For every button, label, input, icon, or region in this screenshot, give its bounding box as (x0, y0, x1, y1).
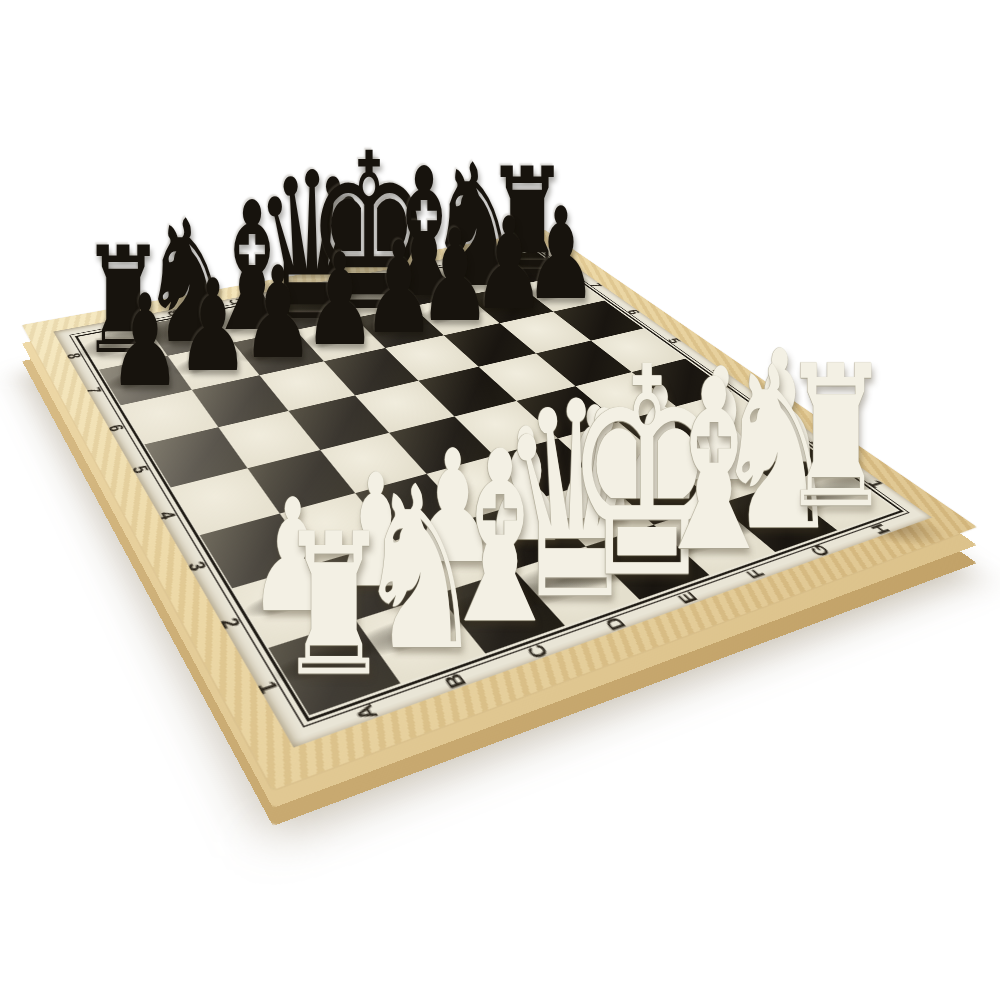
black-pawn-b7[interactable]: ♟ (177, 264, 250, 391)
chess-set-photo: 88AA77BB66CC55DD44EE33FF22GG11HH ♜♞♝♛♚♝♞… (0, 0, 1000, 1000)
black-pawn-a7[interactable]: ♟ (108, 278, 181, 405)
pieces-layer: ♜♞♝♛♚♝♞♜♟♟♟♟♟♟♟♟♟♟♟♟♟♟♟♟♜♞♝♛♚♝♞♜ (0, 0, 1000, 1000)
black-pawn-h7[interactable]: ♟ (525, 191, 598, 318)
white-rook-h1[interactable]: ♜ (780, 341, 892, 537)
